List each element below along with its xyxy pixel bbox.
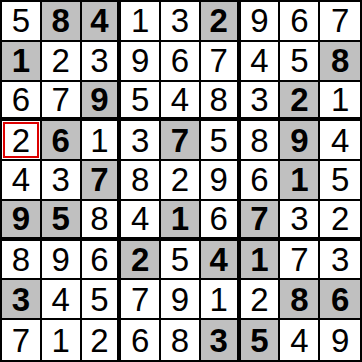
sudoku-cell-r9c3[interactable]: 2 [82,320,122,360]
sudoku-cell-r8c2[interactable]: 4 [42,280,82,320]
sudoku-cell-r8c8: 8 [280,280,320,320]
sudoku-cell-r1c9[interactable]: 7 [320,2,360,42]
sudoku-cell-r5c8: 1 [280,161,320,201]
sudoku-cell-r5c7[interactable]: 6 [241,161,281,201]
sudoku-cell-r3c1[interactable]: 6 [2,82,42,122]
sudoku-cell-r8c9: 6 [320,280,360,320]
sudoku-board: 5841329671239674586795483212613758944378… [0,0,362,362]
sudoku-cell-r5c1[interactable]: 4 [2,161,42,201]
sudoku-cell-r5c6[interactable]: 9 [201,161,241,201]
sudoku-cell-r1c2: 8 [42,2,82,42]
sudoku-cell-r2c4[interactable]: 9 [121,42,161,82]
sudoku-cell-r5c4[interactable]: 8 [121,161,161,201]
sudoku-cell-r4c6[interactable]: 5 [201,121,241,161]
sudoku-cell-r9c9[interactable]: 9 [320,320,360,360]
sudoku-cell-r6c3[interactable]: 8 [82,201,122,241]
sudoku-cell-r4c3[interactable]: 1 [82,121,122,161]
sudoku-cell-r7c1[interactable]: 8 [2,241,42,281]
sudoku-cell-r2c8[interactable]: 5 [280,42,320,82]
sudoku-cell-r7c9[interactable]: 3 [320,241,360,281]
sudoku-cell-r6c9[interactable]: 2 [320,201,360,241]
sudoku-cell-r3c5[interactable]: 4 [161,82,201,122]
sudoku-cell-r6c8[interactable]: 3 [280,201,320,241]
sudoku-cell-r2c9: 8 [320,42,360,82]
sudoku-cell-r3c3: 9 [82,82,122,122]
sudoku-cell-r7c6: 4 [201,241,241,281]
sudoku-cell-r2c2[interactable]: 2 [42,42,82,82]
sudoku-cell-r3c9[interactable]: 1 [320,82,360,122]
sudoku-cell-r2c6[interactable]: 7 [201,42,241,82]
sudoku-cell-r1c1[interactable]: 5 [2,2,42,42]
sudoku-cell-r1c6: 2 [201,2,241,42]
sudoku-cell-r5c3: 7 [82,161,122,201]
sudoku-cell-r1c8[interactable]: 6 [280,2,320,42]
sudoku-cell-r2c5[interactable]: 6 [161,42,201,82]
sudoku-cell-r9c4[interactable]: 6 [121,320,161,360]
sudoku-cell-r4c8: 9 [280,121,320,161]
sudoku-cell-r9c1[interactable]: 7 [2,320,42,360]
sudoku-cell-r6c1: 9 [2,201,42,241]
sudoku-cell-r2c3[interactable]: 3 [82,42,122,82]
sudoku-cell-r5c2[interactable]: 3 [42,161,82,201]
sudoku-cell-r1c5[interactable]: 3 [161,2,201,42]
sudoku-cell-r6c5: 1 [161,201,201,241]
sudoku-cell-r9c8[interactable]: 4 [280,320,320,360]
sudoku-cell-r3c2[interactable]: 7 [42,82,82,122]
sudoku-cell-r3c7[interactable]: 3 [241,82,281,122]
sudoku-cell-r4c1[interactable]: 2 [2,121,42,161]
sudoku-cell-r9c7: 5 [241,320,281,360]
sudoku-cell-r8c4[interactable]: 7 [121,280,161,320]
sudoku-cell-r6c7: 7 [241,201,281,241]
sudoku-cell-r7c8[interactable]: 7 [280,241,320,281]
sudoku-cell-r4c2: 6 [42,121,82,161]
sudoku-cell-r7c2[interactable]: 9 [42,241,82,281]
sudoku-cell-r2c7[interactable]: 4 [241,42,281,82]
sudoku-cell-r6c4[interactable]: 4 [121,201,161,241]
sudoku-cell-r3c8: 2 [280,82,320,122]
sudoku-cell-r4c4[interactable]: 3 [121,121,161,161]
sudoku-cell-r9c2[interactable]: 1 [42,320,82,360]
sudoku-cell-r5c5[interactable]: 2 [161,161,201,201]
sudoku-cell-r7c7: 1 [241,241,281,281]
sudoku-cell-r1c3: 4 [82,2,122,42]
sudoku-cell-r6c2: 5 [42,201,82,241]
sudoku-cell-r5c9[interactable]: 5 [320,161,360,201]
sudoku-cell-r8c7[interactable]: 2 [241,280,281,320]
sudoku-cell-r4c9[interactable]: 4 [320,121,360,161]
sudoku-cell-r8c3[interactable]: 5 [82,280,122,320]
sudoku-cell-r8c1: 3 [2,280,42,320]
sudoku-cell-r9c6: 3 [201,320,241,360]
sudoku-cell-r2c1: 1 [2,42,42,82]
sudoku-cell-r3c6[interactable]: 8 [201,82,241,122]
sudoku-cell-r7c3[interactable]: 6 [82,241,122,281]
sudoku-cell-r7c5[interactable]: 5 [161,241,201,281]
sudoku-cell-r1c7[interactable]: 9 [241,2,281,42]
sudoku-cell-r3c4[interactable]: 5 [121,82,161,122]
sudoku-cell-r4c5: 7 [161,121,201,161]
sudoku-cell-r8c5[interactable]: 9 [161,280,201,320]
sudoku-cell-r7c4: 2 [121,241,161,281]
sudoku-cell-r8c6[interactable]: 1 [201,280,241,320]
sudoku-cell-r4c7[interactable]: 8 [241,121,281,161]
sudoku-cell-r6c6[interactable]: 6 [201,201,241,241]
sudoku-cell-r9c5[interactable]: 8 [161,320,201,360]
sudoku-cell-r1c4[interactable]: 1 [121,2,161,42]
